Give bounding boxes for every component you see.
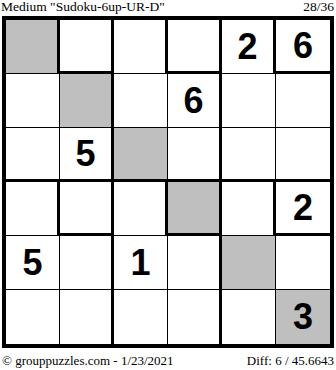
cell-r2c5[interactable] [222,74,276,128]
cell-r6c2[interactable] [60,290,114,344]
cell-r6c6[interactable]: 3 [276,290,330,344]
cell-r1c4[interactable] [168,20,222,74]
cell-r3c5[interactable] [222,128,276,182]
cell-r3c1[interactable] [6,128,60,182]
cell-r2c1[interactable] [6,74,60,128]
copyright-text: © grouppuzzles.com - 1/23/2021 [2,353,174,368]
cell-r5c4[interactable] [168,236,222,290]
cell-r5c6[interactable] [276,236,330,290]
cell-r3c2[interactable]: 5 [60,128,114,182]
sudoku-board[interactable]: 26652513 [2,16,334,348]
cell-r2c2[interactable] [60,74,114,128]
cell-r4c6[interactable]: 2 [276,182,330,236]
puzzle-page: Medium "Sudoku-6up-UR-D" 28/36 26652513 … [0,0,336,370]
cell-r5c3[interactable]: 1 [114,236,168,290]
cell-r1c6[interactable]: 6 [276,20,330,74]
difficulty-text: Diff: 6 / 45.6643 [247,353,334,368]
cell-r4c5[interactable] [222,182,276,236]
cell-r2c6[interactable] [276,74,330,128]
cell-r3c4[interactable] [168,128,222,182]
cell-r2c3[interactable] [114,74,168,128]
cell-r4c4[interactable] [168,182,222,236]
cell-r3c6[interactable] [276,128,330,182]
page-title: Medium "Sudoku-6up-UR-D" [1,0,165,14]
cell-r3c3[interactable] [114,128,168,182]
header: Medium "Sudoku-6up-UR-D" 28/36 [1,0,334,15]
cell-r1c3[interactable] [114,20,168,74]
footer: © grouppuzzles.com - 1/23/2021 Diff: 6 /… [2,351,334,368]
cell-r2c4[interactable]: 6 [168,74,222,128]
cell-r1c1[interactable] [6,20,60,74]
cell-r5c5[interactable] [222,236,276,290]
cell-r4c1[interactable] [6,182,60,236]
cell-r1c5[interactable]: 2 [222,20,276,74]
cell-r6c4[interactable] [168,290,222,344]
cell-r4c3[interactable] [114,182,168,236]
cell-r1c2[interactable] [60,20,114,74]
cell-r6c5[interactable] [222,290,276,344]
progress-counter: 28/36 [303,0,334,14]
cell-r5c2[interactable] [60,236,114,290]
cell-r5c1[interactable]: 5 [6,236,60,290]
cell-r6c1[interactable] [6,290,60,344]
cell-r4c2[interactable] [60,182,114,236]
cell-r6c3[interactable] [114,290,168,344]
